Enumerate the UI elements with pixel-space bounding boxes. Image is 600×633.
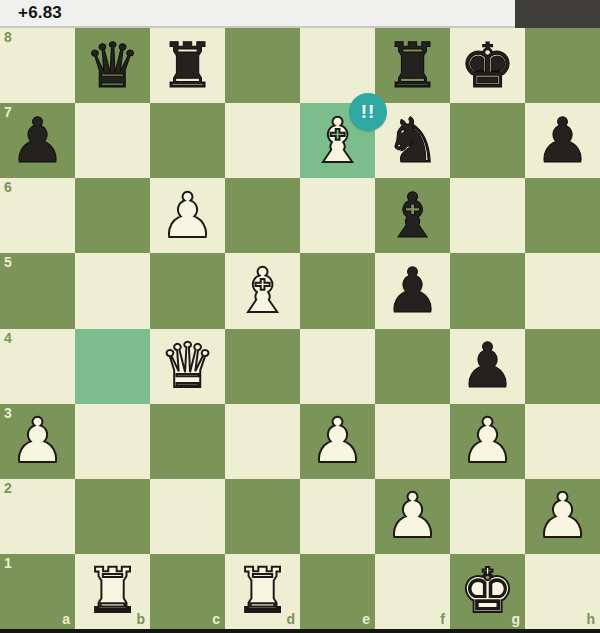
- square-f2[interactable]: ♟: [375, 479, 450, 554]
- square-a2[interactable]: 2: [0, 479, 75, 554]
- piece-black-pawn[interactable]: ♟: [375, 253, 450, 328]
- piece-white-pawn[interactable]: ♟: [375, 479, 450, 554]
- square-g4[interactable]: ♟: [450, 329, 525, 404]
- square-d4[interactable]: [225, 329, 300, 404]
- rank-label-6: 6: [4, 180, 12, 194]
- piece-white-pawn[interactable]: ♟: [150, 178, 225, 253]
- square-b4[interactable]: [75, 329, 150, 404]
- piece-white-rook[interactable]: ♜: [75, 554, 150, 629]
- piece-black-queen[interactable]: ♛: [75, 28, 150, 103]
- square-b8[interactable]: ♛: [75, 28, 150, 103]
- piece-black-pawn[interactable]: ♟: [0, 103, 75, 178]
- rank-label-4: 4: [4, 331, 12, 345]
- square-b1[interactable]: b♜: [75, 554, 150, 629]
- square-e1[interactable]: e: [300, 554, 375, 629]
- brilliant-move-badge: !!: [349, 93, 387, 131]
- square-a8[interactable]: 8: [0, 28, 75, 103]
- engine-evaluation: +6.83: [0, 3, 62, 23]
- square-c4[interactable]: ♛: [150, 329, 225, 404]
- file-label-a: a: [62, 612, 70, 626]
- piece-black-pawn[interactable]: ♟: [525, 103, 600, 178]
- square-d3[interactable]: [225, 404, 300, 479]
- square-f6[interactable]: ♝: [375, 178, 450, 253]
- square-e6[interactable]: [300, 178, 375, 253]
- square-a5[interactable]: 5: [0, 253, 75, 328]
- rank-label-2: 2: [4, 481, 12, 495]
- square-a1[interactable]: 1a: [0, 554, 75, 629]
- piece-white-pawn[interactable]: ♟: [300, 404, 375, 479]
- file-label-c: c: [212, 612, 220, 626]
- square-b2[interactable]: [75, 479, 150, 554]
- square-d8[interactable]: [225, 28, 300, 103]
- square-a3[interactable]: 3♟: [0, 404, 75, 479]
- piece-black-rook[interactable]: ♜: [375, 28, 450, 103]
- piece-white-queen[interactable]: ♛: [150, 329, 225, 404]
- square-h6[interactable]: [525, 178, 600, 253]
- square-e4[interactable]: [300, 329, 375, 404]
- square-b7[interactable]: [75, 103, 150, 178]
- piece-black-king[interactable]: ♚: [450, 28, 525, 103]
- square-f1[interactable]: f: [375, 554, 450, 629]
- square-c6[interactable]: ♟: [150, 178, 225, 253]
- square-f5[interactable]: ♟: [375, 253, 450, 328]
- square-e3[interactable]: ♟: [300, 404, 375, 479]
- piece-white-king[interactable]: ♚: [450, 554, 525, 629]
- piece-black-pawn[interactable]: ♟: [450, 329, 525, 404]
- piece-white-rook[interactable]: ♜: [225, 554, 300, 629]
- square-g8[interactable]: ♚: [450, 28, 525, 103]
- evaluation-bar: +6.83: [0, 0, 600, 28]
- square-g5[interactable]: [450, 253, 525, 328]
- square-g7[interactable]: [450, 103, 525, 178]
- square-d2[interactable]: [225, 479, 300, 554]
- square-c3[interactable]: [150, 404, 225, 479]
- square-b3[interactable]: [75, 404, 150, 479]
- file-label-f: f: [440, 612, 445, 626]
- chess-board: !! 8♛♜♜♚7♟♝♞♟6♟♝5♝♟4♛♟3♟♟♟2♟♟1ab♜cd♜efg♚…: [0, 28, 600, 629]
- square-f3[interactable]: [375, 404, 450, 479]
- rank-label-5: 5: [4, 255, 12, 269]
- square-h5[interactable]: [525, 253, 600, 328]
- square-h8[interactable]: [525, 28, 600, 103]
- piece-white-pawn[interactable]: ♟: [450, 404, 525, 479]
- square-c2[interactable]: [150, 479, 225, 554]
- piece-white-pawn[interactable]: ♟: [525, 479, 600, 554]
- square-e5[interactable]: [300, 253, 375, 328]
- square-f8[interactable]: ♜: [375, 28, 450, 103]
- square-d6[interactable]: [225, 178, 300, 253]
- square-d1[interactable]: d♜: [225, 554, 300, 629]
- piece-white-pawn[interactable]: ♟: [0, 404, 75, 479]
- square-g3[interactable]: ♟: [450, 404, 525, 479]
- square-b6[interactable]: [75, 178, 150, 253]
- square-h7[interactable]: ♟: [525, 103, 600, 178]
- square-g1[interactable]: g♚: [450, 554, 525, 629]
- square-h1[interactable]: h: [525, 554, 600, 629]
- brilliant-move-label: !!: [361, 101, 376, 123]
- rank-label-1: 1: [4, 556, 12, 570]
- square-h2[interactable]: ♟: [525, 479, 600, 554]
- square-f4[interactable]: [375, 329, 450, 404]
- file-label-e: e: [362, 612, 370, 626]
- piece-black-bishop[interactable]: ♝: [375, 178, 450, 253]
- square-c8[interactable]: ♜: [150, 28, 225, 103]
- square-c5[interactable]: [150, 253, 225, 328]
- square-e8[interactable]: [300, 28, 375, 103]
- square-a6[interactable]: 6: [0, 178, 75, 253]
- square-d5[interactable]: ♝: [225, 253, 300, 328]
- square-h4[interactable]: [525, 329, 600, 404]
- square-a4[interactable]: 4: [0, 329, 75, 404]
- square-h3[interactable]: [525, 404, 600, 479]
- square-a7[interactable]: 7♟: [0, 103, 75, 178]
- piece-black-rook[interactable]: ♜: [150, 28, 225, 103]
- file-label-h: h: [586, 612, 595, 626]
- square-d7[interactable]: [225, 103, 300, 178]
- piece-white-bishop[interactable]: ♝: [225, 253, 300, 328]
- corner-dark-block: [515, 0, 600, 28]
- square-g2[interactable]: [450, 479, 525, 554]
- square-g6[interactable]: [450, 178, 525, 253]
- square-c1[interactable]: c: [150, 554, 225, 629]
- square-e2[interactable]: [300, 479, 375, 554]
- square-b5[interactable]: [75, 253, 150, 328]
- square-c7[interactable]: [150, 103, 225, 178]
- rank-label-8: 8: [4, 30, 12, 44]
- bottom-bar: [0, 629, 600, 633]
